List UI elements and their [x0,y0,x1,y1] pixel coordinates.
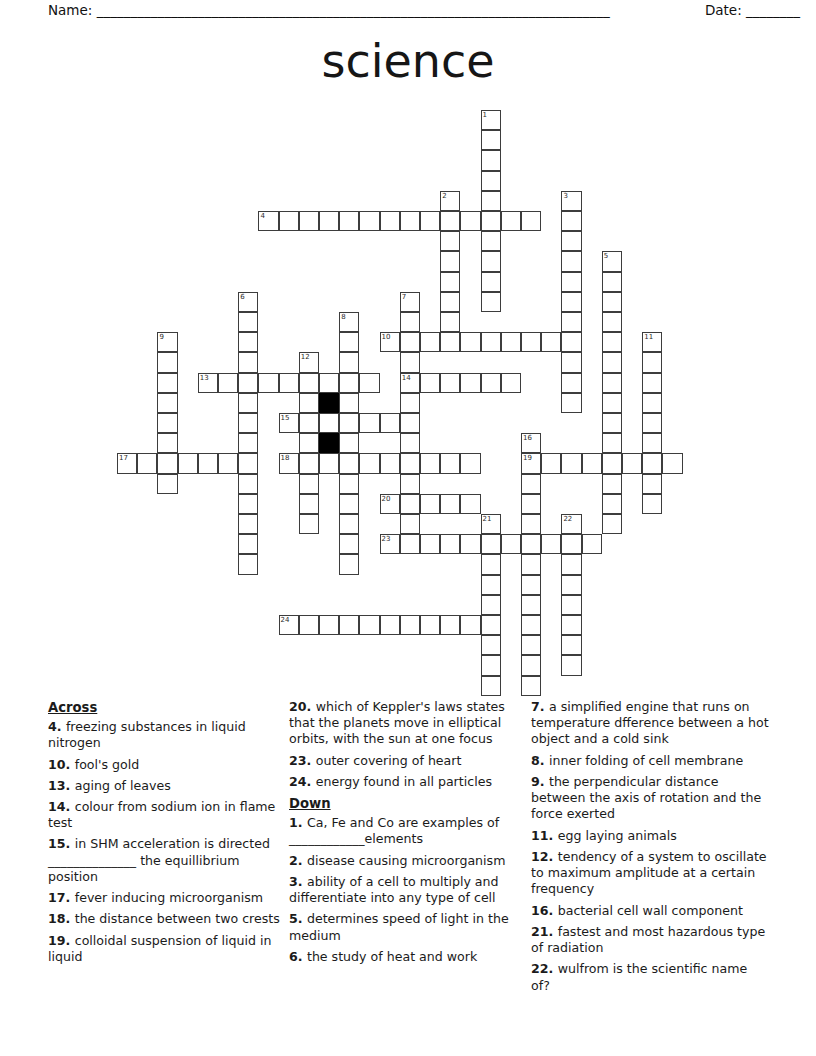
clue-number-label: 4. [48,719,66,734]
crossword-cell[interactable] [238,312,258,332]
crossword-cell[interactable] [561,595,581,615]
crossword-cell[interactable] [359,373,379,393]
crossword-cell[interactable] [218,453,238,473]
clue-11: 11. egg laying animals [531,828,769,844]
crossword-cell[interactable] [561,211,581,231]
crossword-cell[interactable] [521,676,541,696]
crossword-cell[interactable] [642,433,662,453]
crossword-cell[interactable] [400,312,420,332]
crossword-cell[interactable] [561,575,581,595]
crossword-cell[interactable]: 11 [642,332,662,352]
crossword-cell[interactable] [481,373,501,393]
crossword-cell[interactable] [521,494,541,514]
clue-number-label: 18. [48,911,75,926]
clue-number: 16 [523,434,532,442]
clue-number-label: 10. [48,757,75,772]
crossword-cell[interactable]: 22 [561,514,581,534]
crossword-cell[interactable] [440,494,460,514]
clue-23: 23. outer covering of heart [289,753,513,769]
crossword-cell[interactable] [339,211,359,231]
clue-number: 4 [260,212,264,220]
clue-number: 20 [382,495,391,503]
crossword-cell[interactable] [359,413,379,433]
clue-heading-across: Across [48,699,284,716]
crossword-cell[interactable]: 5 [602,251,622,271]
clue-number: 19 [523,454,532,462]
crossword-cell[interactable] [440,453,460,473]
crossword-cell[interactable] [501,332,521,352]
clue-number: 17 [119,454,128,462]
crossword-cell[interactable] [380,615,400,635]
crossword-cell[interactable] [460,494,480,514]
crossword-cell[interactable] [602,474,622,494]
clue-7: 7. a simplified engine that runs on temp… [531,699,769,748]
crossword-cell[interactable] [501,211,521,231]
crossword-cell[interactable] [561,332,581,352]
crossword-cell[interactable] [602,453,622,473]
clue-number: 21 [483,515,492,523]
crossword-cell[interactable] [420,373,440,393]
crossword-cell[interactable] [400,433,420,453]
clue-number: 3 [563,192,567,200]
crossword-cell[interactable] [440,231,460,251]
crossword-cell[interactable] [501,534,521,554]
clue-number-label: 9. [531,774,549,789]
crossword-cell[interactable]: 15 [279,413,299,433]
crossword-cell[interactable] [440,332,460,352]
crossword-cell[interactable] [238,514,258,534]
clue-number: 10 [382,333,391,341]
crossword-cell[interactable] [521,474,541,494]
crossword-cell[interactable] [299,433,319,453]
clue-number: 8 [341,313,345,321]
clue-1: 1. Ca, Fe and Co are examples of _______… [289,815,513,847]
crossword-cell[interactable] [359,211,379,231]
crossword-cell[interactable] [339,332,359,352]
crossword-cell[interactable] [481,575,501,595]
crossword-cell[interactable] [440,534,460,554]
crossword-cell[interactable]: 16 [521,433,541,453]
crossword-cell[interactable] [481,332,501,352]
crossword-cell[interactable] [198,453,218,473]
crossword-cell[interactable] [602,494,622,514]
crossword-cell[interactable]: 12 [299,352,319,372]
crossword-cell[interactable] [481,676,501,696]
crossword-cell[interactable] [238,332,258,352]
clue-20: 20. which of Keppler's laws states that … [289,699,513,748]
crossword-cell[interactable]: 17 [117,453,137,473]
crossword-cell[interactable] [561,373,581,393]
crossword-cell[interactable] [400,474,420,494]
crossword-cell[interactable] [238,554,258,574]
clue-number: 24 [281,616,290,624]
crossword-cell[interactable] [541,453,561,473]
clue-number-label: 2. [289,853,307,868]
crossword-cell[interactable] [299,615,319,635]
crossword-cell[interactable] [602,514,622,534]
crossword-cell[interactable] [339,413,359,433]
clue-number: 11 [644,333,653,341]
crossword-cell[interactable] [400,615,420,635]
crossword-cell[interactable] [561,272,581,292]
crossword-cell[interactable] [602,292,622,312]
crossword-cell[interactable] [521,534,541,554]
crossword-cell[interactable] [481,251,501,271]
clue-number-label: 20. [289,699,316,714]
crossword-cell[interactable] [481,211,501,231]
crossword-cell[interactable] [420,453,440,473]
clue-number-label: 17. [48,890,75,905]
crossword-cell[interactable] [521,332,541,352]
crossword-cell[interactable] [299,514,319,534]
crossword-cell[interactable] [521,514,541,534]
crossword-cell[interactable] [420,615,440,635]
crossword-cell[interactable] [460,332,480,352]
crossword-cell[interactable] [339,494,359,514]
clue-16: 16. bacterial cell wall component [531,903,769,919]
crossword-cell[interactable] [339,453,359,473]
clue-number: 23 [382,535,391,543]
clue-number-label: 13. [48,778,75,793]
crossword-cell[interactable] [359,453,379,473]
clue-6: 6. the study of heat and work [289,949,513,965]
clue-number: 12 [301,353,310,361]
crossword-cell[interactable] [460,373,480,393]
crossword-cell[interactable] [561,534,581,554]
crossword-cell[interactable] [541,332,561,352]
crossword-cell[interactable] [521,211,541,231]
clue-9: 9. the perpendicular distance between th… [531,774,769,823]
crossword-cell[interactable] [481,130,501,150]
clue-8: 8. inner folding of cell membrane [531,753,769,769]
crossword-cell[interactable] [561,635,581,655]
clue-19: 19. colloidal suspension of liquid in li… [48,933,284,965]
clue-number: 5 [604,252,608,260]
crossword-cell[interactable] [400,332,420,352]
crossword-cell[interactable] [279,211,299,231]
crossword-cell[interactable] [561,655,581,675]
crossword-cell[interactable] [521,655,541,675]
date-field: Date: ________ [705,2,800,18]
clue-13: 13. aging of leaves [48,778,284,794]
crossword-cell[interactable] [258,373,278,393]
crossword-cell[interactable] [642,474,662,494]
crossword-cell[interactable] [299,453,319,473]
clue-21: 21. fastest and most hazardous type of r… [531,924,769,956]
clue-column-3: 7. a simplified engine that runs on temp… [531,699,769,999]
crossword-cell[interactable]: 20 [380,494,400,514]
crossword-cell[interactable] [380,413,400,433]
clue-17: 17. fever inducing microorganism [48,890,284,906]
clue-number: 6 [240,293,244,301]
crossword-cell[interactable] [157,393,177,413]
crossword-cell[interactable] [440,211,460,231]
crossword-cell[interactable]: 8 [339,312,359,332]
crossword-cell[interactable] [481,150,501,170]
crossword-cell[interactable] [238,534,258,554]
crossword-cell[interactable] [602,352,622,372]
clue-number-label: 7. [531,699,549,714]
crossword-cell[interactable] [440,373,460,393]
crossword-cell[interactable] [521,595,541,615]
blocked-cell [319,433,339,453]
clue-number-label: 16. [531,903,558,918]
crossword-cell[interactable] [339,514,359,534]
clue-12: 12. tendency of a system to oscillate to… [531,849,769,898]
clue-number: 22 [563,515,572,523]
clue-10: 10. fool's gold [48,757,284,773]
crossword-cell[interactable] [157,373,177,393]
crossword-cell[interactable] [238,352,258,372]
crossword-cell[interactable] [400,514,420,534]
crossword-cell[interactable] [460,453,480,473]
clue-number-label: 11. [531,828,558,843]
clue-22: 22. wulfrom is the scientific name of? [531,961,769,993]
crossword-cell[interactable] [400,393,420,413]
crossword-cell[interactable] [299,211,319,231]
crossword-cell[interactable]: 24 [279,615,299,635]
clue-number-label: 23. [289,753,316,768]
clue-3: 3. ability of a cell to multiply and dif… [289,874,513,906]
crossword-cell[interactable] [460,211,480,231]
crossword-cell[interactable] [622,453,642,473]
crossword-cell[interactable] [339,554,359,574]
crossword-cell[interactable] [339,474,359,494]
crossword-cell[interactable] [481,655,501,675]
crossword-cell[interactable] [481,554,501,574]
crossword-cell[interactable] [238,494,258,514]
crossword-cell[interactable] [157,453,177,473]
crossword-cell[interactable] [339,433,359,453]
crossword-cell[interactable] [642,352,662,372]
clue-18: 18. the distance between two crests [48,911,284,927]
clue-number: 9 [159,333,163,341]
crossword-cell[interactable] [481,595,501,615]
clue-number-label: 21. [531,924,558,939]
crossword-cell[interactable] [642,494,662,514]
crossword-cell[interactable] [481,635,501,655]
crossword-cell[interactable] [582,453,602,473]
crossword-cell[interactable] [299,373,319,393]
clue-column-1: Across4. freezing substances in liquid n… [48,699,284,970]
crossword-cell[interactable] [178,453,198,473]
crossword-cell[interactable] [339,373,359,393]
crossword-cell[interactable] [400,534,420,554]
crossword-cell[interactable] [339,352,359,372]
crossword-cell[interactable] [602,433,622,453]
crossword-cell[interactable]: 13 [198,373,218,393]
crossword-cell[interactable] [602,312,622,332]
crossword-cell[interactable] [400,352,420,372]
crossword-cell[interactable] [319,615,339,635]
crossword-cell[interactable] [561,393,581,413]
crossword-cell[interactable] [561,292,581,312]
crossword-cell[interactable] [642,453,662,473]
crossword-cell[interactable] [561,231,581,251]
crossword-cell[interactable] [157,433,177,453]
crossword-cell[interactable] [420,534,440,554]
crossword-cell[interactable] [238,373,258,393]
clue-number-label: 3. [289,874,307,889]
clue-number-label: 12. [531,849,558,864]
crossword-cell[interactable]: 7 [400,292,420,312]
crossword-cell[interactable] [238,413,258,433]
crossword-cell[interactable]: 18 [279,453,299,473]
crossword-cell[interactable] [460,534,480,554]
clue-number: 7 [402,293,406,301]
crossword-cell[interactable]: 2 [440,191,460,211]
name-label: Name: [48,2,92,18]
clue-14: 14. colour from sodium ion in flame test [48,799,284,831]
crossword-cell[interactable] [602,373,622,393]
crossword-cell[interactable] [319,453,339,473]
crossword-cell[interactable] [279,373,299,393]
crossword-cell[interactable] [481,171,501,191]
crossword-cell[interactable] [561,615,581,635]
clue-number-label: 24. [289,774,316,789]
crossword-cell[interactable] [238,453,258,473]
date-blank-line: ________ [746,2,800,18]
clue-number: 14 [402,374,411,382]
date-label: Date: [705,2,742,18]
crossword-cell[interactable] [561,453,581,473]
crossword-cell[interactable] [299,413,319,433]
crossword-cell[interactable] [380,211,400,231]
crossword-cell[interactable] [582,534,602,554]
crossword-cell[interactable] [440,312,460,332]
crossword-cell[interactable] [319,373,339,393]
crossword-cell[interactable]: 23 [380,534,400,554]
crossword-cell[interactable] [157,413,177,433]
crossword-cell[interactable] [238,433,258,453]
crossword-cell[interactable] [440,615,460,635]
crossword-cell[interactable]: 19 [521,453,541,473]
clue-number-label: 6. [289,949,307,964]
crossword-cell[interactable] [400,413,420,433]
worksheet-page: Name: __________________________________… [0,0,816,1056]
crossword-cell[interactable]: 21 [481,514,501,534]
clue-24: 24. energy found in all particles [289,774,513,790]
crossword-cell[interactable] [602,332,622,352]
crossword-cell[interactable] [359,615,379,635]
crossword-cell[interactable] [541,534,561,554]
crossword-cell[interactable] [137,453,157,473]
crossword-cell[interactable] [339,615,359,635]
clue-number: 13 [200,374,209,382]
crossword-cell[interactable] [481,615,501,635]
crossword-cell[interactable] [602,393,622,413]
crossword-cell[interactable] [299,494,319,514]
worksheet-header: Name: __________________________________… [48,2,800,18]
crossword-cell[interactable] [319,211,339,231]
crossword-cell[interactable] [602,413,622,433]
blocked-cell [319,393,339,413]
crossword-cell[interactable]: 4 [258,211,278,231]
crossword-cell[interactable] [299,474,319,494]
crossword-cell[interactable] [642,373,662,393]
crossword-cell[interactable] [440,292,460,312]
name-blank-line: ________________________________________… [97,2,610,18]
crossword-cell[interactable] [521,575,541,595]
crossword-cell[interactable] [339,393,359,413]
clue-number-label: 15. [48,836,75,851]
clue-2: 2. disease causing microorganism [289,853,513,869]
crossword-cell[interactable] [218,373,238,393]
clue-number: 18 [281,454,290,462]
crossword-cell[interactable] [440,272,460,292]
crossword-cell[interactable] [521,554,541,574]
crossword-cell[interactable] [561,251,581,271]
clue-number-label: 1. [289,815,307,830]
crossword-cell[interactable] [602,272,622,292]
clue-4: 4. freezing substances in liquid nitroge… [48,719,284,751]
clue-number-label: 14. [48,799,75,814]
crossword-grid: 123456789101112131415161718192021222324 [117,110,683,696]
clue-number: 2 [442,192,446,200]
clue-number-label: 5. [289,911,307,926]
crossword-cell[interactable] [238,474,258,494]
crossword-cell[interactable] [481,231,501,251]
crossword-cell[interactable]: 9 [157,332,177,352]
crossword-cell[interactable] [299,393,319,413]
clue-5: 5. determines speed of light in the medi… [289,911,513,943]
clue-number-label: 8. [531,753,549,768]
clue-15: 15. in SHM acceleration is directed ____… [48,836,284,885]
clue-column-2: 20. which of Keppler's laws states that … [289,699,513,970]
crossword-cell[interactable] [481,534,501,554]
clue-number: 1 [483,111,487,119]
crossword-cell[interactable] [420,332,440,352]
crossword-cell[interactable] [400,211,420,231]
crossword-cell[interactable] [420,211,440,231]
crossword-cell[interactable] [561,554,581,574]
crossword-cell[interactable]: 14 [400,373,420,393]
crossword-cell[interactable]: 6 [238,292,258,312]
crossword-cell[interactable] [157,474,177,494]
crossword-cell[interactable] [420,494,440,514]
crossword-cell[interactable] [501,373,521,393]
crossword-cell[interactable] [400,494,420,514]
crossword-cell[interactable] [460,615,480,635]
crossword-cell[interactable] [521,615,541,635]
crossword-cell[interactable] [440,251,460,271]
crossword-cell[interactable] [561,352,581,372]
crossword-cell[interactable] [521,635,541,655]
crossword-cell[interactable] [481,272,501,292]
crossword-cell[interactable] [157,352,177,372]
crossword-cell[interactable] [400,453,420,473]
crossword-cell[interactable] [561,312,581,332]
clue-number-label: 22. [531,961,558,976]
crossword-cell[interactable]: 3 [561,191,581,211]
clue-number: 15 [281,414,290,422]
crossword-cell[interactable] [642,393,662,413]
crossword-cell[interactable] [642,413,662,433]
crossword-cell[interactable] [319,413,339,433]
clue-heading-down: Down [289,795,513,812]
crossword-cell[interactable] [481,191,501,211]
crossword-cell[interactable] [238,393,258,413]
crossword-cell[interactable] [380,453,400,473]
clue-number-label: 19. [48,933,75,948]
puzzle-title: science [0,34,816,88]
crossword-cell[interactable] [662,453,682,473]
crossword-cell[interactable] [481,292,501,312]
crossword-cell[interactable] [339,534,359,554]
crossword-cell[interactable]: 10 [380,332,400,352]
crossword-cell[interactable]: 1 [481,110,501,130]
